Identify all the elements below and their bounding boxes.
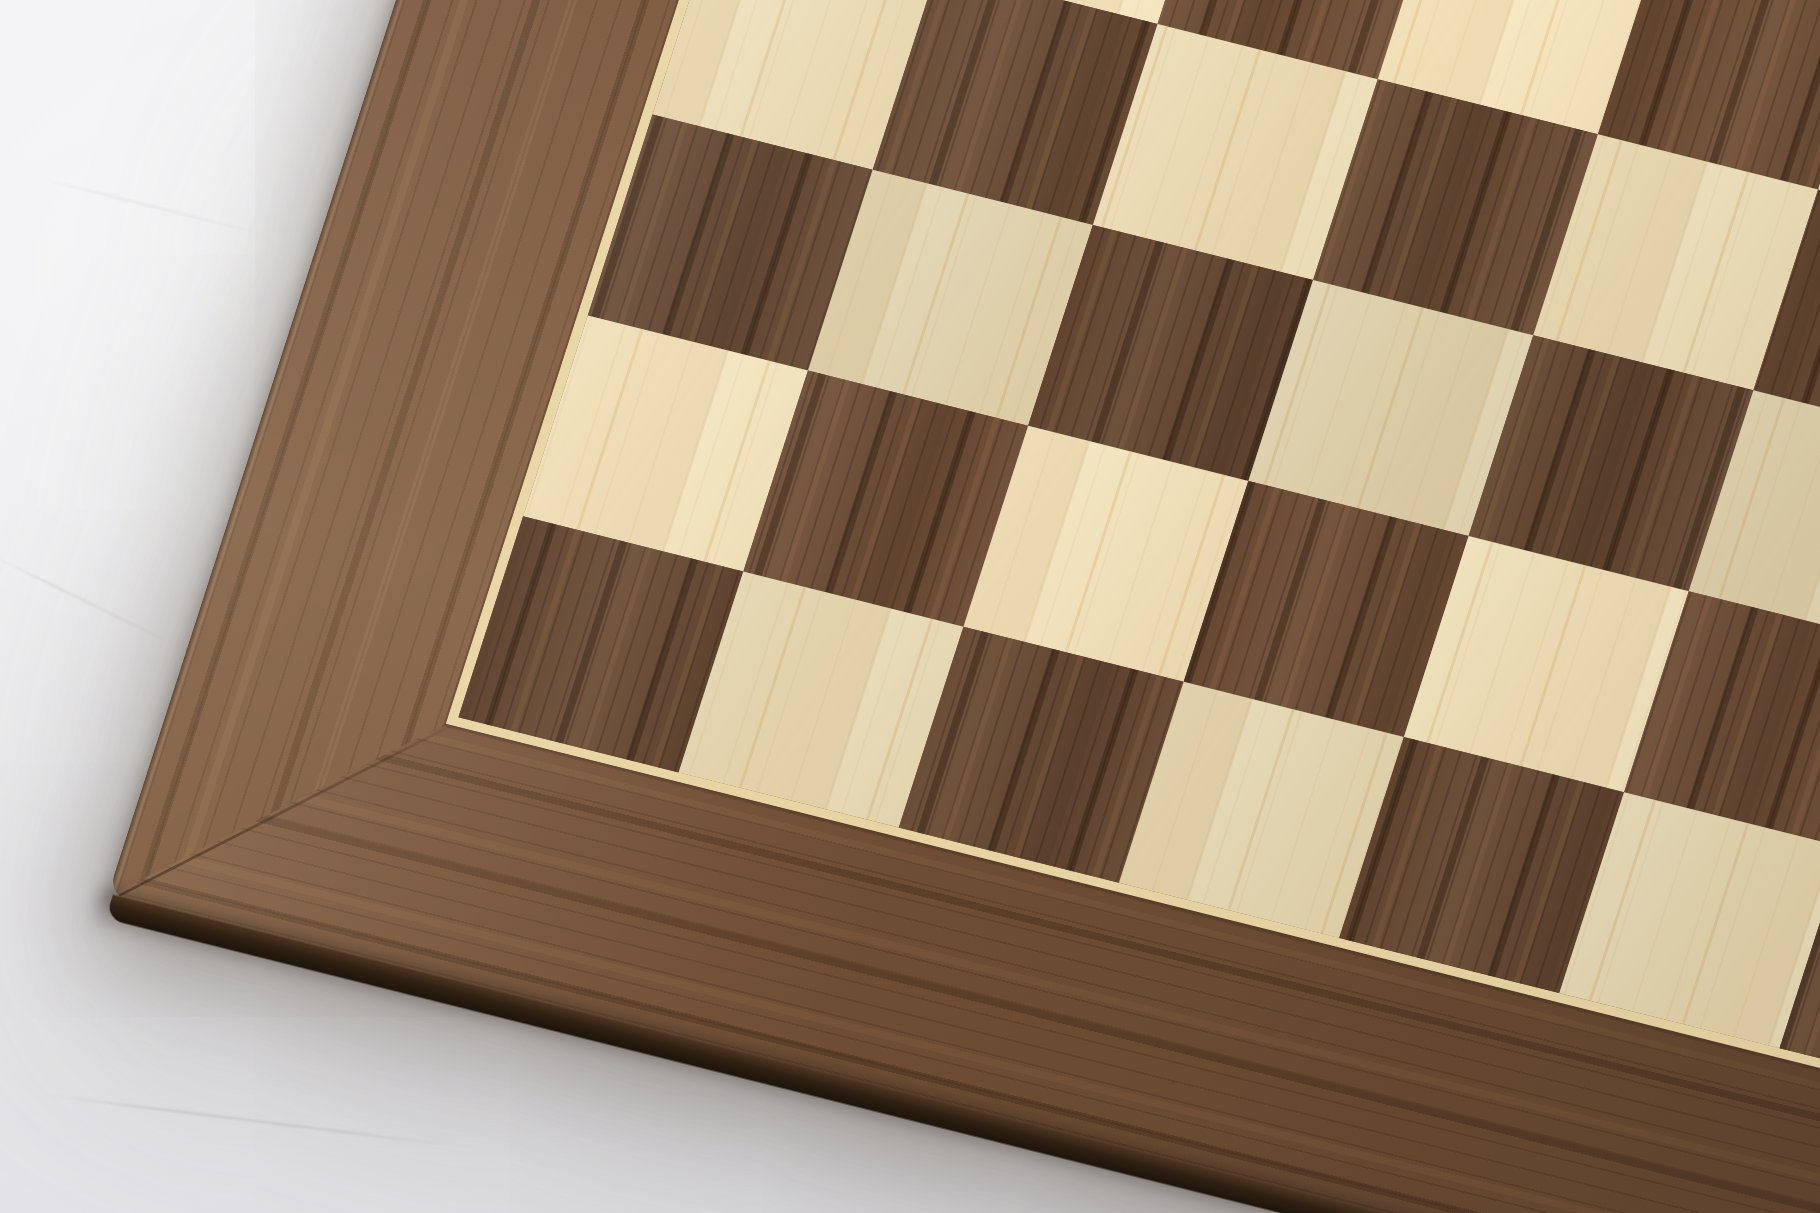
photo-stage [0,0,1820,1213]
